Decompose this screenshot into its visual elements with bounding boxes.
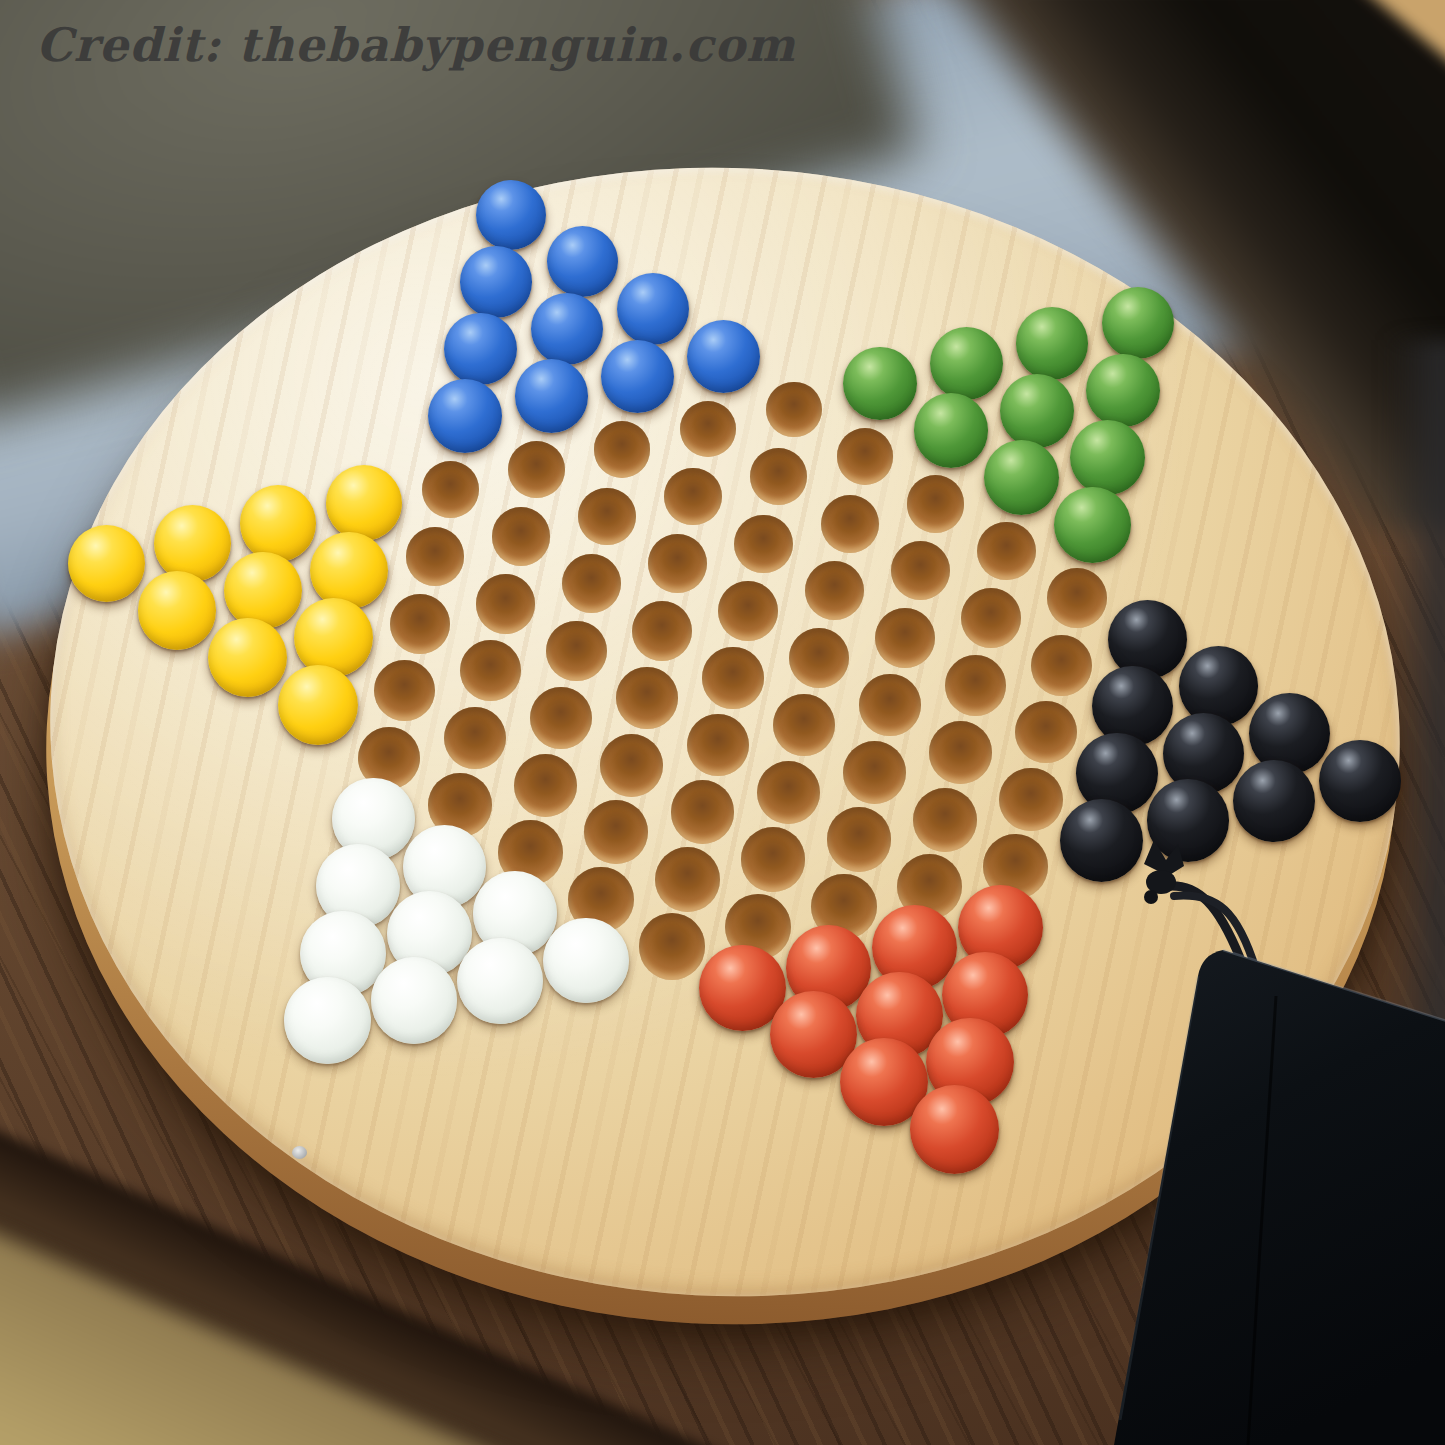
board-hole[interactable] [492,507,550,565]
marble-yellow[interactable] [208,618,287,697]
board-hole[interactable] [680,401,736,457]
board-hole[interactable] [374,660,435,721]
board-hole[interactable] [907,475,965,533]
board-hole[interactable] [1047,568,1107,628]
marble-white[interactable] [543,918,629,1004]
marble-blue[interactable] [547,226,618,297]
board-hole[interactable] [671,780,735,844]
marble-green[interactable] [1000,374,1074,448]
board-hole[interactable] [1031,635,1092,696]
board-hole[interactable] [859,674,921,736]
marble-blue[interactable] [531,293,603,365]
board-hole[interactable] [1015,701,1077,763]
bag-cord [1144,840,1256,970]
marble-blue[interactable] [428,379,502,453]
board-hole[interactable] [929,721,992,784]
board-hole[interactable] [821,495,879,553]
board-hole[interactable] [422,461,479,518]
board-hole[interactable] [750,448,807,505]
board-hole[interactable] [616,667,678,729]
board-hole[interactable] [734,515,793,574]
board-hole[interactable] [594,421,651,478]
marble-white[interactable] [284,977,371,1064]
marble-blue[interactable] [617,273,689,345]
board-hole[interactable] [600,734,663,797]
board-hole[interactable] [514,754,577,817]
marble-green[interactable] [1102,287,1174,359]
board-hole[interactable] [961,588,1021,648]
marble-yellow[interactable] [310,532,388,610]
marble-green[interactable] [1054,487,1131,564]
marble-yellow[interactable] [240,485,317,562]
board-hole[interactable] [945,655,1006,716]
marble-green[interactable] [984,440,1060,516]
marble-green[interactable] [843,347,917,421]
marble-green[interactable] [1016,307,1089,380]
board-hole[interactable] [891,541,950,600]
board-hole[interactable] [584,800,648,864]
bag-body [1114,950,1445,1445]
board-hole[interactable] [805,561,864,620]
board-hole[interactable] [837,428,894,485]
photo-credit: Credit: thebabypenguin.com [36,18,796,72]
marble-yellow[interactable] [154,505,231,582]
board-hole[interactable] [508,441,565,498]
marble-white[interactable] [371,957,458,1044]
board-hole[interactable] [977,522,1036,581]
board-hole[interactable] [757,761,820,824]
board-hole[interactable] [741,827,806,892]
board-hole[interactable] [390,594,450,654]
board-hole[interactable] [406,527,465,586]
photo-scene: Credit: thebabypenguin.com [0,0,1445,1445]
marble-green[interactable] [914,393,989,468]
marble-blue[interactable] [515,359,589,433]
board-hole[interactable] [648,534,707,593]
board-hole[interactable] [444,707,506,769]
drawstring-bag [1040,800,1445,1445]
board-hole[interactable] [773,694,835,756]
board-hole[interactable] [875,608,935,668]
marble-white[interactable] [457,938,543,1024]
board-hole[interactable] [562,554,621,613]
marble-red[interactable] [910,1085,999,1174]
board-hole[interactable] [843,741,906,804]
board-hole[interactable] [718,581,778,641]
board-hole[interactable] [546,621,607,682]
board-hole[interactable] [766,382,822,438]
marble-blue[interactable] [601,340,674,413]
marble-yellow[interactable] [224,552,302,630]
board-hole[interactable] [632,601,692,661]
board-hole[interactable] [664,468,722,526]
board-hole[interactable] [460,640,521,701]
board-hole[interactable] [476,574,536,634]
marble-blue[interactable] [476,180,546,250]
marble-yellow[interactable] [294,598,373,677]
marble-yellow[interactable] [68,525,145,602]
marble-green[interactable] [930,327,1003,400]
marble-blue[interactable] [460,246,531,317]
board-hole[interactable] [639,913,706,980]
board-hole[interactable] [687,714,750,777]
marble-green[interactable] [1070,420,1145,495]
board-hole[interactable] [827,807,891,871]
marble-green[interactable] [1086,354,1160,428]
marble-blue[interactable] [444,313,517,386]
board-hole[interactable] [530,687,592,749]
board-hole[interactable] [578,488,636,546]
board-hole[interactable] [702,647,763,708]
marble-yellow[interactable] [138,571,216,649]
marble-yellow[interactable] [326,465,402,541]
board-hole[interactable] [789,628,850,689]
marble-yellow[interactable] [278,665,358,745]
board-hole[interactable] [655,847,720,912]
marble-blue[interactable] [687,320,760,393]
board-hole[interactable] [913,788,977,852]
